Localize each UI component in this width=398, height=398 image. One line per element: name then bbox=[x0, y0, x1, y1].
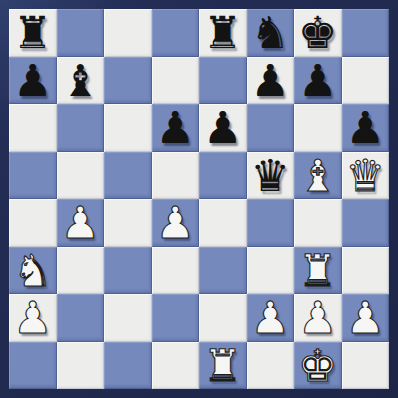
square-c7[interactable] bbox=[104, 57, 152, 105]
piece-white-pawn[interactable]: ♟ bbox=[13, 294, 52, 341]
square-h5[interactable]: ♛ bbox=[342, 152, 390, 200]
square-b2[interactable] bbox=[57, 294, 105, 342]
square-f2[interactable]: ♟ bbox=[247, 294, 295, 342]
chess-board: ♜♜♞♚♟♝♟♟♟♟♟♛♝♛♟♟♞♜♟♟♟♟♜♚ bbox=[9, 9, 389, 389]
square-e8[interactable]: ♜ bbox=[199, 9, 247, 57]
square-f7[interactable]: ♟ bbox=[247, 57, 295, 105]
square-h8[interactable] bbox=[342, 9, 390, 57]
square-a7[interactable]: ♟ bbox=[9, 57, 57, 105]
piece-white-pawn[interactable]: ♟ bbox=[61, 199, 100, 246]
square-e2[interactable] bbox=[199, 294, 247, 342]
square-f3[interactable] bbox=[247, 247, 295, 295]
square-b1[interactable] bbox=[57, 342, 105, 390]
square-f5[interactable]: ♛ bbox=[247, 152, 295, 200]
piece-black-pawn[interactable]: ♟ bbox=[298, 57, 337, 104]
piece-white-bishop[interactable]: ♝ bbox=[298, 152, 337, 199]
square-g1[interactable]: ♚ bbox=[294, 342, 342, 390]
square-a2[interactable]: ♟ bbox=[9, 294, 57, 342]
square-e3[interactable] bbox=[199, 247, 247, 295]
square-a5[interactable] bbox=[9, 152, 57, 200]
piece-white-knight[interactable]: ♞ bbox=[13, 247, 52, 294]
square-c1[interactable] bbox=[104, 342, 152, 390]
square-e6[interactable]: ♟ bbox=[199, 104, 247, 152]
square-b5[interactable] bbox=[57, 152, 105, 200]
piece-white-pawn[interactable]: ♟ bbox=[346, 294, 385, 341]
square-f6[interactable] bbox=[247, 104, 295, 152]
piece-black-rook[interactable]: ♜ bbox=[13, 9, 52, 56]
piece-white-king[interactable]: ♚ bbox=[298, 342, 337, 389]
square-d4[interactable]: ♟ bbox=[152, 199, 200, 247]
square-h4[interactable] bbox=[342, 199, 390, 247]
square-g4[interactable] bbox=[294, 199, 342, 247]
square-g7[interactable]: ♟ bbox=[294, 57, 342, 105]
piece-black-pawn[interactable]: ♟ bbox=[203, 104, 242, 151]
piece-white-queen[interactable]: ♛ bbox=[346, 152, 385, 199]
square-e5[interactable] bbox=[199, 152, 247, 200]
square-a6[interactable] bbox=[9, 104, 57, 152]
piece-black-pawn[interactable]: ♟ bbox=[251, 57, 290, 104]
piece-white-pawn[interactable]: ♟ bbox=[156, 199, 195, 246]
piece-black-pawn[interactable]: ♟ bbox=[156, 104, 195, 151]
piece-black-king[interactable]: ♚ bbox=[298, 9, 337, 56]
piece-black-pawn[interactable]: ♟ bbox=[346, 104, 385, 151]
square-f4[interactable] bbox=[247, 199, 295, 247]
square-b8[interactable] bbox=[57, 9, 105, 57]
piece-black-queen[interactable]: ♛ bbox=[251, 152, 290, 199]
piece-black-bishop[interactable]: ♝ bbox=[61, 57, 100, 104]
square-f1[interactable] bbox=[247, 342, 295, 390]
piece-black-knight[interactable]: ♞ bbox=[251, 9, 290, 56]
square-a3[interactable]: ♞ bbox=[9, 247, 57, 295]
square-a4[interactable] bbox=[9, 199, 57, 247]
square-c3[interactable] bbox=[104, 247, 152, 295]
square-c4[interactable] bbox=[104, 199, 152, 247]
square-e7[interactable] bbox=[199, 57, 247, 105]
piece-black-rook[interactable]: ♜ bbox=[203, 9, 242, 56]
square-e1[interactable]: ♜ bbox=[199, 342, 247, 390]
square-h3[interactable] bbox=[342, 247, 390, 295]
square-f8[interactable]: ♞ bbox=[247, 9, 295, 57]
board-frame: ♜♜♞♚♟♝♟♟♟♟♟♛♝♛♟♟♞♜♟♟♟♟♜♚ bbox=[0, 0, 398, 398]
piece-white-pawn[interactable]: ♟ bbox=[251, 294, 290, 341]
square-b3[interactable] bbox=[57, 247, 105, 295]
piece-white-pawn[interactable]: ♟ bbox=[298, 294, 337, 341]
square-c6[interactable] bbox=[104, 104, 152, 152]
square-h6[interactable]: ♟ bbox=[342, 104, 390, 152]
square-d5[interactable] bbox=[152, 152, 200, 200]
square-h1[interactable] bbox=[342, 342, 390, 390]
square-d3[interactable] bbox=[152, 247, 200, 295]
square-a8[interactable]: ♜ bbox=[9, 9, 57, 57]
square-b6[interactable] bbox=[57, 104, 105, 152]
square-g5[interactable]: ♝ bbox=[294, 152, 342, 200]
piece-black-pawn[interactable]: ♟ bbox=[13, 57, 52, 104]
square-d6[interactable]: ♟ bbox=[152, 104, 200, 152]
square-g8[interactable]: ♚ bbox=[294, 9, 342, 57]
square-d1[interactable] bbox=[152, 342, 200, 390]
square-g2[interactable]: ♟ bbox=[294, 294, 342, 342]
square-c5[interactable] bbox=[104, 152, 152, 200]
square-b4[interactable]: ♟ bbox=[57, 199, 105, 247]
piece-white-rook[interactable]: ♜ bbox=[203, 342, 242, 389]
piece-white-rook[interactable]: ♜ bbox=[298, 247, 337, 294]
square-e4[interactable] bbox=[199, 199, 247, 247]
square-c8[interactable] bbox=[104, 9, 152, 57]
square-a1[interactable] bbox=[9, 342, 57, 390]
square-b7[interactable]: ♝ bbox=[57, 57, 105, 105]
square-d8[interactable] bbox=[152, 9, 200, 57]
square-c2[interactable] bbox=[104, 294, 152, 342]
square-g3[interactable]: ♜ bbox=[294, 247, 342, 295]
square-d7[interactable] bbox=[152, 57, 200, 105]
square-h2[interactable]: ♟ bbox=[342, 294, 390, 342]
square-d2[interactable] bbox=[152, 294, 200, 342]
square-g6[interactable] bbox=[294, 104, 342, 152]
square-h7[interactable] bbox=[342, 57, 390, 105]
